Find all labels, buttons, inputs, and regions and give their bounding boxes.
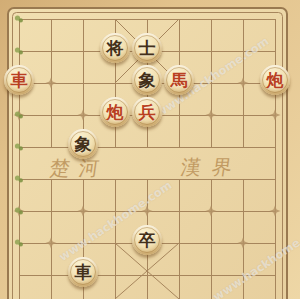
- piece-glyph: 卒: [132, 225, 162, 255]
- piece-glyph: 車: [4, 65, 34, 95]
- piece-black-elephant[interactable]: 象: [67, 131, 99, 163]
- piece-glyph: 炮: [100, 97, 130, 127]
- piece-glyph: 将: [100, 33, 130, 63]
- piece-red-cannon[interactable]: 炮: [99, 99, 131, 131]
- board-grid: 車将士象馬炮炮兵象卒車: [3, 3, 291, 299]
- piece-red-chariot[interactable]: 車: [3, 67, 35, 99]
- piece-glyph: 炮: [260, 65, 290, 95]
- piece-black-advisor[interactable]: 士: [131, 35, 163, 67]
- piece-glyph: 象: [68, 129, 98, 159]
- piece-glyph: 車: [68, 257, 98, 287]
- piece-red-cannon[interactable]: 炮: [259, 67, 291, 99]
- piece-black-soldier[interactable]: 卒: [131, 227, 163, 259]
- piece-red-soldier[interactable]: 兵: [131, 99, 163, 131]
- piece-black-general[interactable]: 将: [99, 35, 131, 67]
- piece-glyph: 象: [132, 65, 162, 95]
- piece-black-chariot[interactable]: 車: [67, 259, 99, 291]
- piece-glyph: 士: [132, 33, 162, 63]
- piece-black-elephant[interactable]: 象: [131, 67, 163, 99]
- piece-glyph: 馬: [164, 65, 194, 95]
- piece-glyph: 兵: [132, 97, 162, 127]
- piece-red-horse[interactable]: 馬: [163, 67, 195, 99]
- xiangqi-screen: 楚河 漢界 www.hackhome.com www.hackhome.com …: [0, 0, 300, 299]
